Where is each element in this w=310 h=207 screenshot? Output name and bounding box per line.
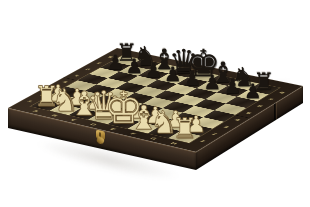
file-label-d: D [89, 123, 97, 126]
brass-clasp [94, 129, 108, 146]
file-label-c: C [70, 118, 78, 121]
rank-label-left-1: 1 [26, 100, 33, 103]
rank-label-left-7: 7 [95, 62, 102, 65]
file-label-g: G [149, 137, 158, 140]
rank-label-right-4: 4 [233, 118, 241, 121]
rank-label-right-3: 3 [222, 125, 230, 128]
rank-label-right-7: 7 [267, 98, 275, 101]
rank-label-right-5: 5 [245, 112, 253, 115]
rank-label-left-3: 3 [50, 87, 57, 90]
rank-label-left-8: 8 [107, 56, 114, 59]
file-label-a: A [32, 109, 40, 112]
rank-label-left-4: 4 [61, 81, 68, 84]
rank-label-right-2: 2 [210, 132, 218, 135]
chess-set-product-photo: ABCDEFGH8877665544332211 ♜♞♝♛♚♝♞♜♟♟♟♟♟♟♟… [0, 0, 310, 207]
hinge-seam [274, 103, 276, 121]
rank-label-left-2: 2 [38, 93, 45, 96]
file-label-f: F [129, 132, 137, 135]
rank-label-right-8: 8 [278, 91, 286, 94]
rank-label-left-6: 6 [84, 68, 91, 71]
file-label-b: B [51, 114, 59, 117]
rank-label-left-5: 5 [73, 74, 80, 77]
rank-label-right-6: 6 [256, 105, 264, 108]
rank-label-right-1: 1 [199, 140, 207, 143]
file-label-h: H [170, 141, 179, 144]
file-label-e: E [109, 127, 117, 130]
